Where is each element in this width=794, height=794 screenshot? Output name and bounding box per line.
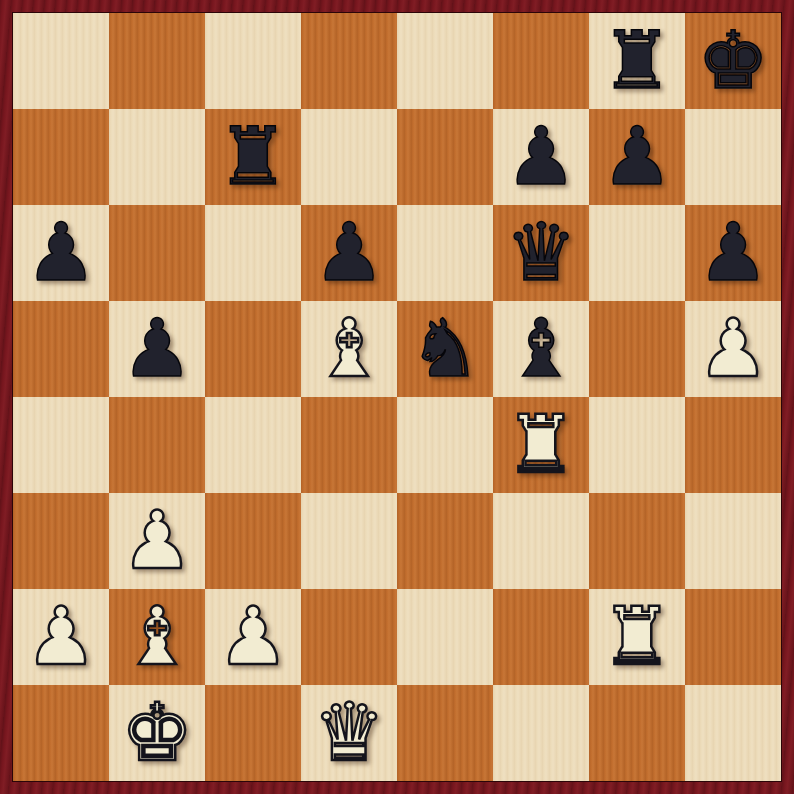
white-bishop[interactable]: ♝ xyxy=(121,597,193,677)
square-g8[interactable]: ♜ xyxy=(589,13,685,109)
white-rook[interactable]: ♜ xyxy=(601,597,673,677)
square-e8[interactable] xyxy=(397,13,493,109)
square-g4[interactable] xyxy=(589,397,685,493)
square-c4[interactable] xyxy=(205,397,301,493)
square-d6[interactable]: ♟ xyxy=(301,205,397,301)
square-h8[interactable]: ♚ xyxy=(685,13,781,109)
square-e1[interactable] xyxy=(397,685,493,781)
square-g3[interactable] xyxy=(589,493,685,589)
black-pawn[interactable]: ♟ xyxy=(25,213,97,293)
black-pawn[interactable]: ♟ xyxy=(601,117,673,197)
black-rook[interactable]: ♜ xyxy=(217,117,289,197)
square-d8[interactable] xyxy=(301,13,397,109)
square-c8[interactable] xyxy=(205,13,301,109)
white-king[interactable]: ♚ xyxy=(121,693,193,773)
square-d5[interactable]: ♝ xyxy=(301,301,397,397)
square-a4[interactable] xyxy=(13,397,109,493)
square-c2[interactable]: ♟ xyxy=(205,589,301,685)
square-h5[interactable]: ♟ xyxy=(685,301,781,397)
square-a5[interactable] xyxy=(13,301,109,397)
black-pawn[interactable]: ♟ xyxy=(313,213,385,293)
square-f2[interactable] xyxy=(493,589,589,685)
square-d7[interactable] xyxy=(301,109,397,205)
square-h1[interactable] xyxy=(685,685,781,781)
square-e6[interactable] xyxy=(397,205,493,301)
square-e3[interactable] xyxy=(397,493,493,589)
square-c5[interactable] xyxy=(205,301,301,397)
square-h7[interactable] xyxy=(685,109,781,205)
square-a6[interactable]: ♟ xyxy=(13,205,109,301)
chess-board: ♜♚♜♟♟♟♟♛♟♟♝♞♝♟♜♟♟♝♟♜♚♛ xyxy=(13,13,781,781)
white-pawn[interactable]: ♟ xyxy=(217,597,289,677)
square-f5[interactable]: ♝ xyxy=(493,301,589,397)
square-g6[interactable] xyxy=(589,205,685,301)
square-b8[interactable] xyxy=(109,13,205,109)
square-d1[interactable]: ♛ xyxy=(301,685,397,781)
square-c7[interactable]: ♜ xyxy=(205,109,301,205)
square-b3[interactable]: ♟ xyxy=(109,493,205,589)
square-f8[interactable] xyxy=(493,13,589,109)
black-pawn[interactable]: ♟ xyxy=(505,117,577,197)
square-g2[interactable]: ♜ xyxy=(589,589,685,685)
square-b6[interactable] xyxy=(109,205,205,301)
white-rook[interactable]: ♜ xyxy=(505,405,577,485)
square-d2[interactable] xyxy=(301,589,397,685)
square-b5[interactable]: ♟ xyxy=(109,301,205,397)
square-g5[interactable] xyxy=(589,301,685,397)
square-e2[interactable] xyxy=(397,589,493,685)
square-a2[interactable]: ♟ xyxy=(13,589,109,685)
square-a7[interactable] xyxy=(13,109,109,205)
white-bishop[interactable]: ♝ xyxy=(313,309,385,389)
square-g7[interactable]: ♟ xyxy=(589,109,685,205)
black-pawn[interactable]: ♟ xyxy=(697,213,769,293)
black-bishop[interactable]: ♝ xyxy=(505,309,577,389)
square-f1[interactable] xyxy=(493,685,589,781)
square-c3[interactable] xyxy=(205,493,301,589)
chess-board-frame: ♜♚♜♟♟♟♟♛♟♟♝♞♝♟♜♟♟♝♟♜♚♛ xyxy=(0,0,794,794)
square-b2[interactable]: ♝ xyxy=(109,589,205,685)
square-b7[interactable] xyxy=(109,109,205,205)
square-c6[interactable] xyxy=(205,205,301,301)
white-pawn[interactable]: ♟ xyxy=(697,309,769,389)
square-e7[interactable] xyxy=(397,109,493,205)
black-rook[interactable]: ♜ xyxy=(601,21,673,101)
square-b1[interactable]: ♚ xyxy=(109,685,205,781)
square-h4[interactable] xyxy=(685,397,781,493)
square-d4[interactable] xyxy=(301,397,397,493)
square-f6[interactable]: ♛ xyxy=(493,205,589,301)
black-pawn[interactable]: ♟ xyxy=(121,309,193,389)
white-queen[interactable]: ♛ xyxy=(313,693,385,773)
square-h3[interactable] xyxy=(685,493,781,589)
white-pawn[interactable]: ♟ xyxy=(25,597,97,677)
square-c1[interactable] xyxy=(205,685,301,781)
square-e5[interactable]: ♞ xyxy=(397,301,493,397)
square-g1[interactable] xyxy=(589,685,685,781)
black-knight[interactable]: ♞ xyxy=(409,309,481,389)
white-pawn[interactable]: ♟ xyxy=(121,501,193,581)
black-queen[interactable]: ♛ xyxy=(505,213,577,293)
square-h6[interactable]: ♟ xyxy=(685,205,781,301)
square-f7[interactable]: ♟ xyxy=(493,109,589,205)
square-a1[interactable] xyxy=(13,685,109,781)
square-h2[interactable] xyxy=(685,589,781,685)
square-d3[interactable] xyxy=(301,493,397,589)
square-f4[interactable]: ♜ xyxy=(493,397,589,493)
square-f3[interactable] xyxy=(493,493,589,589)
black-king[interactable]: ♚ xyxy=(697,21,769,101)
square-a3[interactable] xyxy=(13,493,109,589)
square-b4[interactable] xyxy=(109,397,205,493)
square-e4[interactable] xyxy=(397,397,493,493)
square-a8[interactable] xyxy=(13,13,109,109)
